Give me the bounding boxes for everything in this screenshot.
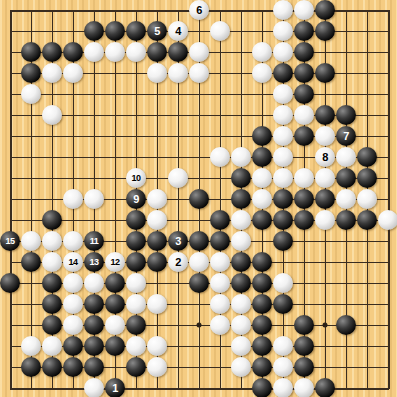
black-stone[interactable]	[252, 210, 272, 230]
white-stone[interactable]	[189, 63, 209, 83]
black-stone[interactable]	[315, 105, 335, 125]
black-stone[interactable]	[336, 168, 356, 188]
black-stone[interactable]	[294, 84, 314, 104]
white-stone[interactable]	[21, 231, 41, 251]
grid-line	[388, 10, 390, 389]
black-stone[interactable]	[42, 357, 62, 377]
white-stone[interactable]: 12	[105, 252, 125, 272]
white-stone[interactable]	[210, 294, 230, 314]
black-stone[interactable]: 11	[84, 231, 104, 251]
white-stone[interactable]	[63, 189, 83, 209]
white-stone[interactable]	[273, 105, 293, 125]
black-stone[interactable]	[63, 336, 83, 356]
black-stone[interactable]: 15	[0, 231, 20, 251]
black-stone[interactable]	[126, 315, 146, 335]
white-stone[interactable]	[63, 63, 83, 83]
move-number-label: 2	[175, 257, 181, 268]
white-stone[interactable]	[126, 294, 146, 314]
black-stone[interactable]	[21, 63, 41, 83]
white-stone[interactable]: 4	[168, 21, 188, 41]
black-stone[interactable]	[147, 231, 167, 251]
white-stone[interactable]	[42, 252, 62, 272]
black-stone[interactable]	[84, 336, 104, 356]
black-stone[interactable]	[336, 105, 356, 125]
black-stone[interactable]	[294, 126, 314, 146]
white-stone[interactable]: 10	[126, 168, 146, 188]
black-stone[interactable]	[42, 210, 62, 230]
white-stone[interactable]	[231, 231, 251, 251]
white-stone[interactable]	[273, 378, 293, 397]
white-stone[interactable]	[273, 21, 293, 41]
black-stone[interactable]	[42, 294, 62, 314]
white-stone[interactable]	[210, 252, 230, 272]
black-stone[interactable]	[63, 357, 83, 377]
white-stone[interactable]	[147, 294, 167, 314]
white-stone[interactable]	[231, 147, 251, 167]
go-board[interactable]: 654781091511314131221	[0, 0, 397, 397]
move-number-label: 1	[112, 383, 118, 394]
move-number-label: 11	[90, 237, 99, 246]
white-stone[interactable]	[273, 357, 293, 377]
black-stone[interactable]	[273, 63, 293, 83]
black-stone[interactable]: 3	[168, 231, 188, 251]
black-stone[interactable]	[294, 189, 314, 209]
black-stone[interactable]	[105, 21, 125, 41]
black-stone[interactable]	[21, 357, 41, 377]
move-number-label: 10	[131, 174, 140, 183]
white-stone[interactable]: 14	[63, 252, 83, 272]
black-stone[interactable]	[294, 63, 314, 83]
white-stone[interactable]	[273, 273, 293, 293]
black-stone[interactable]	[84, 315, 104, 335]
white-stone[interactable]	[336, 147, 356, 167]
black-stone[interactable]	[147, 42, 167, 62]
move-number-label: 6	[196, 5, 202, 16]
white-stone[interactable]	[42, 336, 62, 356]
black-stone[interactable]	[210, 231, 230, 251]
black-stone[interactable]	[105, 336, 125, 356]
black-stone[interactable]	[231, 252, 251, 272]
black-stone[interactable]	[105, 294, 125, 314]
white-stone[interactable]: 2	[168, 252, 188, 272]
move-number-label: 4	[175, 26, 181, 37]
white-stone[interactable]	[273, 336, 293, 356]
move-number-label: 15	[5, 237, 14, 246]
black-stone[interactable]	[294, 210, 314, 230]
black-stone[interactable]	[147, 252, 167, 272]
black-stone[interactable]	[315, 0, 335, 20]
white-stone[interactable]	[252, 168, 272, 188]
black-stone[interactable]	[252, 357, 272, 377]
white-stone[interactable]	[336, 189, 356, 209]
white-stone[interactable]	[378, 210, 397, 230]
black-stone[interactable]	[252, 147, 272, 167]
white-stone[interactable]	[210, 315, 230, 335]
black-stone[interactable]	[357, 210, 377, 230]
white-stone[interactable]	[168, 168, 188, 188]
move-number-label: 9	[133, 194, 139, 205]
black-stone[interactable]	[252, 294, 272, 314]
white-stone[interactable]	[147, 63, 167, 83]
white-stone[interactable]	[273, 168, 293, 188]
black-stone[interactable]	[315, 63, 335, 83]
black-stone[interactable]	[126, 252, 146, 272]
black-stone[interactable]	[294, 42, 314, 62]
white-stone[interactable]	[147, 210, 167, 230]
black-stone[interactable]	[84, 21, 104, 41]
white-stone[interactable]	[273, 84, 293, 104]
white-stone[interactable]	[231, 336, 251, 356]
white-stone[interactable]	[21, 336, 41, 356]
white-stone[interactable]	[168, 63, 188, 83]
white-stone[interactable]	[126, 273, 146, 293]
move-number-label: 3	[175, 236, 181, 247]
black-stone[interactable]	[273, 231, 293, 251]
black-stone[interactable]	[252, 126, 272, 146]
star-point	[197, 323, 202, 328]
white-stone[interactable]	[294, 168, 314, 188]
move-number-label: 13	[89, 258, 98, 267]
white-stone[interactable]	[252, 189, 272, 209]
black-stone[interactable]	[252, 252, 272, 272]
white-stone[interactable]	[273, 42, 293, 62]
white-stone[interactable]	[315, 126, 335, 146]
black-stone[interactable]	[63, 42, 83, 62]
black-stone[interactable]	[105, 273, 125, 293]
white-stone[interactable]	[84, 273, 104, 293]
white-stone[interactable]	[42, 231, 62, 251]
black-stone[interactable]	[231, 168, 251, 188]
black-stone[interactable]	[42, 273, 62, 293]
white-stone[interactable]	[252, 42, 272, 62]
black-stone[interactable]	[315, 378, 335, 397]
move-number-label: 8	[322, 152, 328, 163]
move-number-label: 5	[154, 26, 160, 37]
white-stone[interactable]	[315, 168, 335, 188]
white-stone[interactable]	[105, 42, 125, 62]
black-stone[interactable]: 1	[105, 378, 125, 397]
black-stone[interactable]	[315, 21, 335, 41]
white-stone[interactable]	[294, 0, 314, 20]
white-stone[interactable]	[126, 42, 146, 62]
star-point	[323, 323, 328, 328]
white-stone[interactable]	[231, 315, 251, 335]
white-stone[interactable]	[273, 126, 293, 146]
black-stone[interactable]	[273, 189, 293, 209]
black-stone[interactable]	[273, 294, 293, 314]
black-stone[interactable]	[189, 231, 209, 251]
white-stone[interactable]	[84, 378, 104, 397]
white-stone[interactable]	[210, 21, 230, 41]
white-stone[interactable]	[105, 315, 125, 335]
black-stone[interactable]	[252, 336, 272, 356]
black-stone[interactable]	[273, 210, 293, 230]
white-stone[interactable]	[231, 294, 251, 314]
white-stone[interactable]	[315, 210, 335, 230]
black-stone[interactable]	[336, 315, 356, 335]
white-stone[interactable]	[63, 231, 83, 251]
black-stone[interactable]	[42, 42, 62, 62]
white-stone[interactable]	[210, 273, 230, 293]
black-stone[interactable]	[0, 273, 20, 293]
black-stone[interactable]	[126, 357, 146, 377]
black-stone[interactable]	[294, 315, 314, 335]
black-stone[interactable]	[189, 273, 209, 293]
white-stone[interactable]	[84, 189, 104, 209]
white-stone[interactable]	[147, 357, 167, 377]
black-stone[interactable]	[168, 42, 188, 62]
white-stone[interactable]: 8	[315, 147, 335, 167]
move-number-label: 14	[68, 258, 77, 267]
black-stone[interactable]	[126, 231, 146, 251]
white-stone[interactable]: 6	[189, 0, 209, 20]
black-stone[interactable]	[210, 210, 230, 230]
white-stone[interactable]	[126, 336, 146, 356]
black-stone[interactable]	[252, 273, 272, 293]
white-stone[interactable]	[210, 147, 230, 167]
move-number-label: 12	[110, 258, 119, 267]
black-stone[interactable]	[294, 336, 314, 356]
white-stone[interactable]	[63, 294, 83, 314]
white-stone[interactable]	[42, 105, 62, 125]
white-stone[interactable]	[231, 357, 251, 377]
black-stone[interactable]	[231, 189, 251, 209]
white-stone[interactable]	[189, 42, 209, 62]
white-stone[interactable]	[42, 63, 62, 83]
white-stone[interactable]	[294, 378, 314, 397]
white-stone[interactable]	[63, 315, 83, 335]
black-stone[interactable]	[294, 357, 314, 377]
white-stone[interactable]	[252, 63, 272, 83]
black-stone[interactable]	[21, 252, 41, 272]
black-stone[interactable]	[294, 21, 314, 41]
black-stone[interactable]	[42, 315, 62, 335]
black-stone[interactable]	[189, 189, 209, 209]
black-stone[interactable]: 13	[84, 252, 104, 272]
white-stone[interactable]	[357, 189, 377, 209]
black-stone[interactable]	[126, 21, 146, 41]
black-stone[interactable]	[84, 357, 104, 377]
white-stone[interactable]	[147, 336, 167, 356]
black-stone[interactable]	[357, 147, 377, 167]
black-stone[interactable]	[336, 210, 356, 230]
black-stone[interactable]: 9	[126, 189, 146, 209]
white-stone[interactable]	[189, 252, 209, 272]
black-stone[interactable]: 7	[336, 126, 356, 146]
white-stone[interactable]	[273, 147, 293, 167]
black-stone[interactable]	[357, 168, 377, 188]
move-number-label: 7	[343, 131, 349, 142]
black-stone[interactable]	[315, 189, 335, 209]
white-stone[interactable]	[231, 210, 251, 230]
white-stone[interactable]	[21, 84, 41, 104]
white-stone[interactable]	[63, 273, 83, 293]
black-stone[interactable]	[231, 273, 251, 293]
white-stone[interactable]	[84, 42, 104, 62]
black-stone[interactable]	[84, 294, 104, 314]
white-stone[interactable]	[273, 0, 293, 20]
black-stone[interactable]	[252, 315, 272, 335]
white-stone[interactable]	[294, 105, 314, 125]
white-stone[interactable]	[147, 189, 167, 209]
black-stone[interactable]	[126, 210, 146, 230]
black-stone[interactable]	[252, 378, 272, 397]
black-stone[interactable]: 5	[147, 21, 167, 41]
black-stone[interactable]	[21, 42, 41, 62]
